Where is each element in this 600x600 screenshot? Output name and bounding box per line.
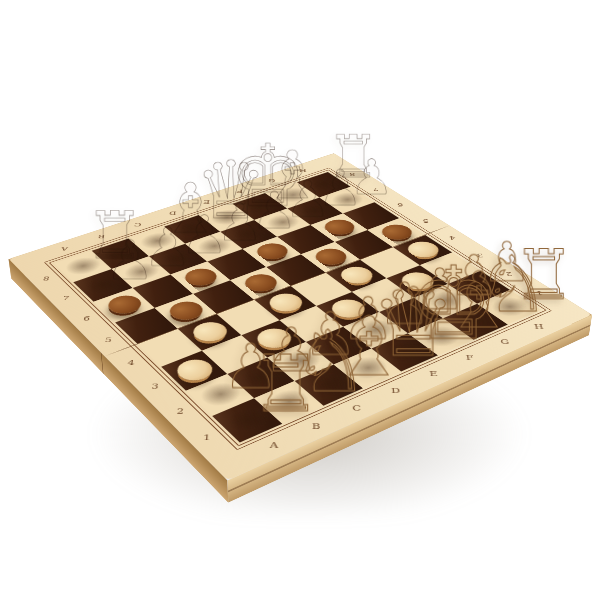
product-photo: ABCDEFGH ABCDEFGH 87654321 87654321 ♜♞♝♛… xyxy=(21,21,579,579)
